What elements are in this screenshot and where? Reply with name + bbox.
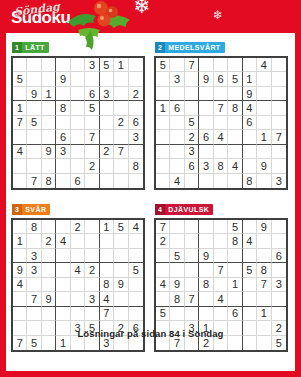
sudoku-cell [272, 159, 286, 173]
sudoku-cell [272, 145, 286, 159]
sudoku-cell [42, 307, 56, 321]
sudoku-cell [27, 145, 41, 159]
sudoku-cell: 8 [257, 263, 271, 277]
sudoku-cell: 3 [272, 174, 286, 188]
sudoku-cell: 9 [27, 87, 41, 101]
sudoku-cell [56, 292, 70, 306]
sudoku-cell: 9 [13, 263, 27, 277]
sudoku-cell: 5 [85, 101, 99, 115]
sudoku-cell [185, 263, 199, 277]
sudoku-cell [199, 263, 213, 277]
sudoku-cell [100, 72, 114, 86]
sudoku-cell [257, 72, 271, 86]
sudoku-cell [257, 292, 271, 306]
sudoku-cell [42, 72, 56, 86]
sudoku-cell [71, 58, 85, 72]
sudoku-cell [56, 58, 70, 72]
sudoku-cell: 6 [71, 174, 85, 188]
sudoku-cell [114, 307, 128, 321]
sudoku-cell: 3 [100, 87, 114, 101]
sudoku-cell: 7 [114, 145, 128, 159]
sudoku-cell [214, 278, 228, 292]
sudoku-cell [228, 130, 242, 144]
sudoku-cell: 5 [228, 220, 242, 234]
sudoku-cell [71, 307, 85, 321]
difficulty-badge-latt: 1 LÄTT [12, 42, 49, 53]
sudoku-cell [56, 174, 70, 188]
sudoku-cell: 2 [185, 130, 199, 144]
sudoku-cell [27, 307, 41, 321]
sudoku-cell [129, 292, 143, 306]
sudoku-cell: 7 [13, 116, 27, 130]
sudoku-cell: 4 [156, 278, 170, 292]
sudoku-cell: 5 [27, 116, 41, 130]
sudoku-cell [170, 159, 184, 173]
sudoku-cell [85, 72, 99, 86]
sudoku-cell: 3 [185, 145, 199, 159]
sudoku-cell [199, 220, 213, 234]
sudoku-cell [56, 116, 70, 130]
sudoku-cell [27, 234, 41, 248]
sudoku-cell [185, 174, 199, 188]
sudoku-cell [272, 116, 286, 130]
sudoku-cell: 6 [129, 116, 143, 130]
sudoku-cell [129, 249, 143, 263]
sudoku-cell [170, 130, 184, 144]
sudoku-cell [156, 263, 170, 277]
sudoku-cell [42, 249, 56, 263]
sudoku-cell [85, 174, 99, 188]
difficulty-badge-djavulsk: 4 DJÄVULSK [155, 204, 213, 215]
sudoku-cell [214, 116, 228, 130]
difficulty-badge-svar: 3 SVÅR [12, 204, 50, 215]
sudoku-cell [199, 101, 213, 115]
sudoku-cell: 2 [85, 263, 99, 277]
sudoku-page: Söndag Sudoku. ❄ ❄ 1 LÄTT 35159916321857… [0, 0, 301, 377]
sudoku-cell [185, 87, 199, 101]
sudoku-cell [27, 58, 41, 72]
badge-label: MEDELSVÅRT [165, 42, 224, 53]
sudoku-cell: 6 [85, 87, 99, 101]
sudoku-cell: 8 [170, 292, 184, 306]
sudoku-cell: 1 [257, 307, 271, 321]
sudoku-cell [243, 292, 257, 306]
sudoku-cell [214, 234, 228, 248]
badge-number: 1 [12, 42, 22, 53]
sudoku-cell [185, 101, 199, 115]
sudoku-cell [13, 58, 27, 72]
sudoku-cell: 1 [100, 220, 114, 234]
sudoku-cell [114, 249, 128, 263]
sudoku-cell: 5 [170, 249, 184, 263]
sudoku-cell [170, 263, 184, 277]
sudoku-cell: 7 [100, 307, 114, 321]
sudoku-cell [272, 220, 286, 234]
sudoku-cell [185, 220, 199, 234]
sudoku-cell [71, 292, 85, 306]
sudoku-cell: 6 [228, 307, 242, 321]
sudoku-cell: 8 [42, 174, 56, 188]
sudoku-cell [156, 87, 170, 101]
sudoku-cell: 1 [114, 58, 128, 72]
sudoku-cell: 8 [228, 234, 242, 248]
sudoku-cell [71, 130, 85, 144]
sudoku-cell: 2 [71, 220, 85, 234]
sudoku-cell [156, 145, 170, 159]
sudoku-cell [13, 220, 27, 234]
sudoku-cell [272, 263, 286, 277]
sudoku-grid-2: 574396519167845626417363849483 [154, 56, 288, 190]
sudoku-cell [199, 58, 213, 72]
sudoku-cell [243, 249, 257, 263]
sudoku-cell [257, 249, 271, 263]
sudoku-cell [129, 58, 143, 72]
sudoku-cell [156, 249, 170, 263]
sudoku-cell: 6 [185, 159, 199, 173]
sudoku-cell [71, 116, 85, 130]
sudoku-cell: 3 [199, 159, 213, 173]
sudoku-cell: 7 [27, 292, 41, 306]
sudoku-cell [170, 220, 184, 234]
sudoku-cell: 4 [13, 145, 27, 159]
sudoku-cell [56, 220, 70, 234]
sudoku-cell [228, 249, 242, 263]
sudoku-cell [243, 58, 257, 72]
sudoku-cell [71, 159, 85, 173]
sudoku-cell [42, 58, 56, 72]
sudoku-cell [199, 234, 213, 248]
sudoku-cell [199, 307, 213, 321]
sudoku-cell [272, 87, 286, 101]
sudoku-cell [272, 58, 286, 72]
sudoku-cell [71, 145, 85, 159]
sudoku-cell [114, 130, 128, 144]
sudoku-cell: 5 [114, 220, 128, 234]
badge-number: 4 [155, 204, 165, 215]
difficulty-badge-medelsvart: 2 MEDELSVÅRT [155, 42, 225, 53]
sudoku-cell: 2 [114, 116, 128, 130]
sudoku-cell [100, 101, 114, 115]
sudoku-cell [27, 130, 41, 144]
sudoku-cell [71, 101, 85, 115]
sudoku-cell: 8 [214, 159, 228, 173]
sudoku-cell [13, 159, 27, 173]
sudoku-cell: 4 [228, 159, 242, 173]
sudoku-cell [257, 234, 271, 248]
sudoku-cell [170, 116, 184, 130]
sudoku-cell [272, 307, 286, 321]
holly-berries-icon [60, 0, 138, 52]
sudoku-cell [13, 249, 27, 263]
sudoku-cell [114, 292, 128, 306]
sudoku-cell: 9 [170, 278, 184, 292]
sudoku-cell [114, 263, 128, 277]
sudoku-cell [243, 307, 257, 321]
sudoku-cell [170, 58, 184, 72]
sudoku-cell [214, 58, 228, 72]
sudoku-cell: 7 [27, 174, 41, 188]
sudoku-cell: 4 [71, 263, 85, 277]
sudoku-cell [56, 87, 70, 101]
sudoku-cell [156, 116, 170, 130]
sudoku-cell: 3 [170, 72, 184, 86]
sudoku-cell [156, 174, 170, 188]
sudoku-cell [129, 101, 143, 115]
sudoku-cell [257, 116, 271, 130]
sudoku-cell [185, 278, 199, 292]
sudoku-cell: 5 [243, 263, 257, 277]
sudoku-cell [71, 72, 85, 86]
sudoku-cell [156, 130, 170, 144]
sudoku-cell: 4 [13, 278, 27, 292]
sudoku-cell: 4 [214, 292, 228, 306]
snowflake-icon: ❄ [213, 8, 223, 22]
sudoku-cell: 5 [185, 116, 199, 130]
sudoku-cell [100, 249, 114, 263]
sudoku-cell [13, 87, 27, 101]
sudoku-cell [199, 174, 213, 188]
solutions-note: Lösningar på sidan 84 i Söndag [0, 328, 301, 339]
sudoku-cell: 2 [129, 87, 143, 101]
sudoku-cell [243, 220, 257, 234]
sudoku-cell [114, 101, 128, 115]
sudoku-cell [214, 220, 228, 234]
sudoku-cell: 8 [56, 101, 70, 115]
sudoku-cell [42, 130, 56, 144]
sudoku-cell [56, 249, 70, 263]
sudoku-cell [42, 101, 56, 115]
sudoku-cell: 8 [100, 278, 114, 292]
sudoku-cell: 6 [199, 130, 213, 144]
sudoku-cell: 8 [228, 101, 242, 115]
sudoku-cell: 4 [243, 234, 257, 248]
puzzle-block-1: 1 LÄTT 351599163218575266734932728786 [11, 36, 145, 190]
sudoku-cell [272, 234, 286, 248]
sudoku-cell [129, 72, 143, 86]
sudoku-cell [199, 87, 213, 101]
sudoku-cell: 7 [185, 58, 199, 72]
sudoku-cell [214, 87, 228, 101]
sudoku-cell: 9 [42, 292, 56, 306]
sudoku-cell [85, 278, 99, 292]
sudoku-cell [42, 159, 56, 173]
sudoku-cell [228, 174, 242, 188]
sudoku-cell: 9 [243, 87, 257, 101]
sudoku-cell [85, 145, 99, 159]
sudoku-cell [170, 87, 184, 101]
sudoku-cell [71, 278, 85, 292]
sudoku-cell: 3 [85, 292, 99, 306]
sudoku-cell: 7 [85, 130, 99, 144]
sudoku-cell [85, 307, 99, 321]
sudoku-cell: 1 [257, 130, 271, 144]
sudoku-cell [185, 234, 199, 248]
sudoku-cell [27, 101, 41, 115]
sudoku-cell [243, 145, 257, 159]
sudoku-cell [214, 174, 228, 188]
sudoku-cell: 9 [199, 72, 213, 86]
sudoku-cell [27, 72, 41, 86]
sudoku-cell: 5 [156, 58, 170, 72]
sudoku-cell [42, 278, 56, 292]
sudoku-cell [71, 87, 85, 101]
sudoku-cell [42, 116, 56, 130]
sudoku-cell: 9 [42, 145, 56, 159]
sudoku-cell [199, 145, 213, 159]
sudoku-cell: 5 [100, 58, 114, 72]
sudoku-cell [243, 130, 257, 144]
sudoku-cell: 6 [56, 130, 70, 144]
sudoku-cell: 4 [56, 234, 70, 248]
sudoku-cell: 6 [243, 116, 257, 130]
sudoku-cell [214, 249, 228, 263]
sudoku-cell [13, 130, 27, 144]
sudoku-cell [114, 234, 128, 248]
sudoku-cell [228, 263, 242, 277]
sudoku-cell: 6 [214, 72, 228, 86]
sudoku-cell: 9 [257, 159, 271, 173]
sudoku-cell [27, 278, 41, 292]
sudoku-cell: 9 [56, 72, 70, 86]
sudoku-cell [257, 145, 271, 159]
sudoku-cell [228, 58, 242, 72]
sudoku-cell: 4 [257, 58, 271, 72]
sudoku-cell [100, 159, 114, 173]
sudoku-cell: 3 [129, 130, 143, 144]
sudoku-grid-1: 351599163218575266734932728786 [11, 56, 145, 190]
sudoku-cell [129, 174, 143, 188]
sudoku-cell: 7 [214, 101, 228, 115]
badge-label: DJÄVULSK [165, 204, 213, 215]
sudoku-cell [272, 292, 286, 306]
sudoku-cell [214, 145, 228, 159]
sudoku-cell [56, 278, 70, 292]
sudoku-cell [71, 234, 85, 248]
sudoku-cell: 4 [100, 292, 114, 306]
sudoku-cell: 2 [85, 159, 99, 173]
sudoku-cell [257, 174, 271, 188]
sudoku-cell [42, 263, 56, 277]
sudoku-cell [129, 307, 143, 321]
sudoku-cell [85, 220, 99, 234]
sudoku-cell [85, 249, 99, 263]
sudoku-cell [199, 116, 213, 130]
sudoku-cell: 5 [129, 263, 143, 277]
sudoku-cell: 9 [257, 220, 271, 234]
sudoku-cell [185, 72, 199, 86]
sudoku-cell: 6 [170, 101, 184, 115]
sudoku-cell: 6 [272, 249, 286, 263]
sudoku-cell [85, 116, 99, 130]
sudoku-cell: 4 [129, 220, 143, 234]
sudoku-cell [199, 292, 213, 306]
sudoku-cell [100, 234, 114, 248]
sudoku-cell [156, 159, 170, 173]
sudoku-cell: 3 [56, 145, 70, 159]
sudoku-cell [228, 292, 242, 306]
sudoku-cell [214, 307, 228, 321]
sudoku-cell: 5 [156, 307, 170, 321]
sudoku-cell [228, 145, 242, 159]
badge-number: 3 [12, 204, 22, 215]
sudoku-cell: 8 [27, 220, 41, 234]
sudoku-cell [114, 159, 128, 173]
sudoku-cell [170, 145, 184, 159]
sudoku-cell [100, 174, 114, 188]
sudoku-cell: 4 [214, 130, 228, 144]
sudoku-cell [129, 234, 143, 248]
badge-number: 2 [155, 42, 165, 53]
sudoku-cell: 7 [257, 278, 271, 292]
sudoku-cell [13, 307, 27, 321]
sudoku-cell [257, 101, 271, 115]
sudoku-cell [13, 174, 27, 188]
sudoku-cell [42, 220, 56, 234]
sudoku-cell [85, 234, 99, 248]
sudoku-cell: 5 [228, 72, 242, 86]
sudoku-cell [257, 87, 271, 101]
sudoku-cell [129, 278, 143, 292]
sudoku-cell [71, 249, 85, 263]
sudoku-cell: 3 [27, 263, 41, 277]
sudoku-cell [243, 159, 257, 173]
badge-label: LÄTT [22, 42, 48, 53]
puzzle-block-2: 2 MEDELSVÅRT 574396519167845626417363849… [154, 36, 288, 190]
sudoku-cell [156, 72, 170, 86]
sudoku-cell [156, 292, 170, 306]
sudoku-cell [272, 101, 286, 115]
sudoku-cell: 9 [199, 249, 213, 263]
sudoku-cell: 7 [156, 220, 170, 234]
sudoku-cell: 8 [129, 159, 143, 173]
sudoku-cell: 3 [85, 58, 99, 72]
sudoku-cell: 5 [13, 72, 27, 86]
sudoku-cell [129, 145, 143, 159]
sudoku-cell [170, 307, 184, 321]
sudoku-cell [27, 159, 41, 173]
sudoku-cell [56, 307, 70, 321]
sudoku-cell [114, 87, 128, 101]
sudoku-cell: 8 [199, 278, 213, 292]
sudoku-cell [185, 249, 199, 263]
sudoku-cell: 8 [243, 174, 257, 188]
sudoku-cell [114, 174, 128, 188]
sudoku-cell [56, 159, 70, 173]
badge-label: SVÅR [22, 204, 50, 215]
sudoku-cell [100, 116, 114, 130]
sudoku-cell: 7 [185, 292, 199, 306]
sudoku-cell [228, 116, 242, 130]
sudoku-cell [185, 307, 199, 321]
sudoku-cell: 4 [243, 101, 257, 115]
sudoku-cell [100, 130, 114, 144]
sudoku-cell: 1 [156, 101, 170, 115]
sudoku-cell: 2 [100, 145, 114, 159]
sudoku-cell [228, 87, 242, 101]
sudoku-cell: 3 [272, 278, 286, 292]
sudoku-cell: 7 [272, 130, 286, 144]
sudoku-cell: 1 [228, 278, 242, 292]
sudoku-cell: 7 [214, 263, 228, 277]
sudoku-cell: 9 [114, 278, 128, 292]
sudoku-cell: 2 [156, 234, 170, 248]
sudoku-cell [243, 278, 257, 292]
sudoku-cell: 1 [13, 234, 27, 248]
sudoku-cell [56, 263, 70, 277]
sudoku-cell [272, 72, 286, 86]
sudoku-cell: 1 [243, 72, 257, 86]
sudoku-cell: 2 [42, 234, 56, 248]
